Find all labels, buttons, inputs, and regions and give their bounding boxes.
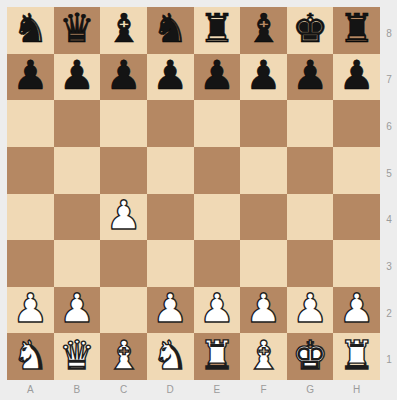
file-label-b: B xyxy=(54,380,101,399)
file-label-d: D xyxy=(147,380,194,399)
square-d3[interactable] xyxy=(147,240,194,287)
square-f1[interactable]: ♝ xyxy=(240,333,287,380)
rank-label-2: 2 xyxy=(381,287,397,334)
chess-board[interactable]: ♞♛♝♞♜♝♚♜♟♟♟♟♟♟♟♟♟♟♟♟♟♟♟♟♞♛♝♞♜♝♚♜ xyxy=(7,7,380,380)
square-g7[interactable]: ♟ xyxy=(287,54,334,101)
square-f4[interactable] xyxy=(240,194,287,241)
square-f2[interactable]: ♟ xyxy=(240,287,287,334)
square-f8[interactable]: ♝ xyxy=(240,7,287,54)
square-g1[interactable]: ♚ xyxy=(287,333,334,380)
file-coordinates: ABCDEFGH xyxy=(7,380,380,399)
square-h4[interactable] xyxy=(333,194,380,241)
square-e3[interactable] xyxy=(194,240,241,287)
piece-black-rook[interactable]: ♜ xyxy=(199,8,235,48)
square-c1[interactable]: ♝ xyxy=(100,333,147,380)
piece-black-queen[interactable]: ♛ xyxy=(59,8,95,48)
square-e6[interactable] xyxy=(194,100,241,147)
piece-white-pawn[interactable]: ♟ xyxy=(339,288,375,328)
square-c5[interactable] xyxy=(100,147,147,194)
square-c3[interactable] xyxy=(100,240,147,287)
square-e2[interactable]: ♟ xyxy=(194,287,241,334)
piece-white-king[interactable]: ♚ xyxy=(292,335,328,375)
file-label-g: G xyxy=(287,380,334,399)
piece-black-bishop[interactable]: ♝ xyxy=(106,8,142,48)
square-a8[interactable]: ♞ xyxy=(7,7,54,54)
piece-black-pawn[interactable]: ♟ xyxy=(292,55,328,95)
square-a5[interactable] xyxy=(7,147,54,194)
piece-black-rook[interactable]: ♜ xyxy=(339,8,375,48)
file-label-h: H xyxy=(333,380,380,399)
square-f6[interactable] xyxy=(240,100,287,147)
square-c4[interactable]: ♟ xyxy=(100,194,147,241)
square-c6[interactable] xyxy=(100,100,147,147)
square-h7[interactable]: ♟ xyxy=(333,54,380,101)
square-a7[interactable]: ♟ xyxy=(7,54,54,101)
rank-label-1: 1 xyxy=(381,333,397,380)
piece-black-knight[interactable]: ♞ xyxy=(152,8,188,48)
piece-white-pawn[interactable]: ♟ xyxy=(59,288,95,328)
file-label-a: A xyxy=(7,380,54,399)
piece-white-rook[interactable]: ♜ xyxy=(199,335,235,375)
piece-black-knight[interactable]: ♞ xyxy=(12,8,48,48)
rank-label-4: 4 xyxy=(381,194,397,241)
piece-black-pawn[interactable]: ♟ xyxy=(199,55,235,95)
square-g5[interactable] xyxy=(287,147,334,194)
square-e5[interactable] xyxy=(194,147,241,194)
piece-white-bishop[interactable]: ♝ xyxy=(106,335,142,375)
square-h5[interactable] xyxy=(333,147,380,194)
square-d8[interactable]: ♞ xyxy=(147,7,194,54)
file-label-f: F xyxy=(240,380,287,399)
square-c8[interactable]: ♝ xyxy=(100,7,147,54)
square-g8[interactable]: ♚ xyxy=(287,7,334,54)
piece-black-pawn[interactable]: ♟ xyxy=(246,55,282,95)
square-a1[interactable]: ♞ xyxy=(7,333,54,380)
square-c7[interactable]: ♟ xyxy=(100,54,147,101)
piece-black-king[interactable]: ♚ xyxy=(292,8,328,48)
piece-black-pawn[interactable]: ♟ xyxy=(106,55,142,95)
rank-label-3: 3 xyxy=(381,240,397,287)
piece-white-pawn[interactable]: ♟ xyxy=(292,288,328,328)
square-g2[interactable]: ♟ xyxy=(287,287,334,334)
chess-app-window: ♞♛♝♞♜♝♚♜♟♟♟♟♟♟♟♟♟♟♟♟♟♟♟♟♞♛♝♞♜♝♚♜ 8765432… xyxy=(0,0,397,400)
square-b1[interactable]: ♛ xyxy=(54,333,101,380)
file-label-e: E xyxy=(194,380,241,399)
rank-label-7: 7 xyxy=(381,54,397,101)
square-d7[interactable]: ♟ xyxy=(147,54,194,101)
square-b5[interactable] xyxy=(54,147,101,194)
rank-label-8: 8 xyxy=(381,7,397,54)
square-g6[interactable] xyxy=(287,100,334,147)
square-d1[interactable]: ♞ xyxy=(147,333,194,380)
square-a2[interactable]: ♟ xyxy=(7,287,54,334)
square-b3[interactable] xyxy=(54,240,101,287)
square-b6[interactable] xyxy=(54,100,101,147)
square-d5[interactable] xyxy=(147,147,194,194)
piece-white-pawn[interactable]: ♟ xyxy=(246,288,282,328)
piece-white-rook[interactable]: ♜ xyxy=(339,335,375,375)
piece-white-bishop[interactable]: ♝ xyxy=(246,335,282,375)
square-h6[interactable] xyxy=(333,100,380,147)
piece-white-pawn[interactable]: ♟ xyxy=(199,288,235,328)
rank-label-5: 5 xyxy=(381,147,397,194)
square-a4[interactable] xyxy=(7,194,54,241)
square-d4[interactable] xyxy=(147,194,194,241)
square-c2[interactable] xyxy=(100,287,147,334)
file-label-c: C xyxy=(100,380,147,399)
square-h1[interactable]: ♜ xyxy=(333,333,380,380)
piece-white-queen[interactable]: ♛ xyxy=(59,335,95,375)
square-b7[interactable]: ♟ xyxy=(54,54,101,101)
square-a6[interactable] xyxy=(7,100,54,147)
square-d6[interactable] xyxy=(147,100,194,147)
square-e7[interactable]: ♟ xyxy=(194,54,241,101)
rank-coordinates: 87654321 xyxy=(381,7,397,380)
square-h2[interactable]: ♟ xyxy=(333,287,380,334)
square-b4[interactable] xyxy=(54,194,101,241)
piece-black-pawn[interactable]: ♟ xyxy=(59,55,95,95)
square-e1[interactable]: ♜ xyxy=(194,333,241,380)
square-b8[interactable]: ♛ xyxy=(54,7,101,54)
piece-white-pawn[interactable]: ♟ xyxy=(12,288,48,328)
square-d2[interactable]: ♟ xyxy=(147,287,194,334)
square-e8[interactable]: ♜ xyxy=(194,7,241,54)
piece-white-knight[interactable]: ♞ xyxy=(12,335,48,375)
piece-white-pawn[interactable]: ♟ xyxy=(152,288,188,328)
piece-white-pawn[interactable]: ♟ xyxy=(106,195,142,235)
square-h8[interactable]: ♜ xyxy=(333,7,380,54)
piece-black-pawn[interactable]: ♟ xyxy=(339,55,375,95)
square-f3[interactable] xyxy=(240,240,287,287)
square-b2[interactable]: ♟ xyxy=(54,287,101,334)
rank-label-6: 6 xyxy=(381,100,397,147)
square-e4[interactable] xyxy=(194,194,241,241)
piece-black-pawn[interactable]: ♟ xyxy=(152,55,188,95)
piece-black-pawn[interactable]: ♟ xyxy=(12,55,48,95)
square-f7[interactable]: ♟ xyxy=(240,54,287,101)
piece-white-knight[interactable]: ♞ xyxy=(152,335,188,375)
piece-black-bishop[interactable]: ♝ xyxy=(246,8,282,48)
square-g4[interactable] xyxy=(287,194,334,241)
square-a3[interactable] xyxy=(7,240,54,287)
square-f5[interactable] xyxy=(240,147,287,194)
square-g3[interactable] xyxy=(287,240,334,287)
square-h3[interactable] xyxy=(333,240,380,287)
